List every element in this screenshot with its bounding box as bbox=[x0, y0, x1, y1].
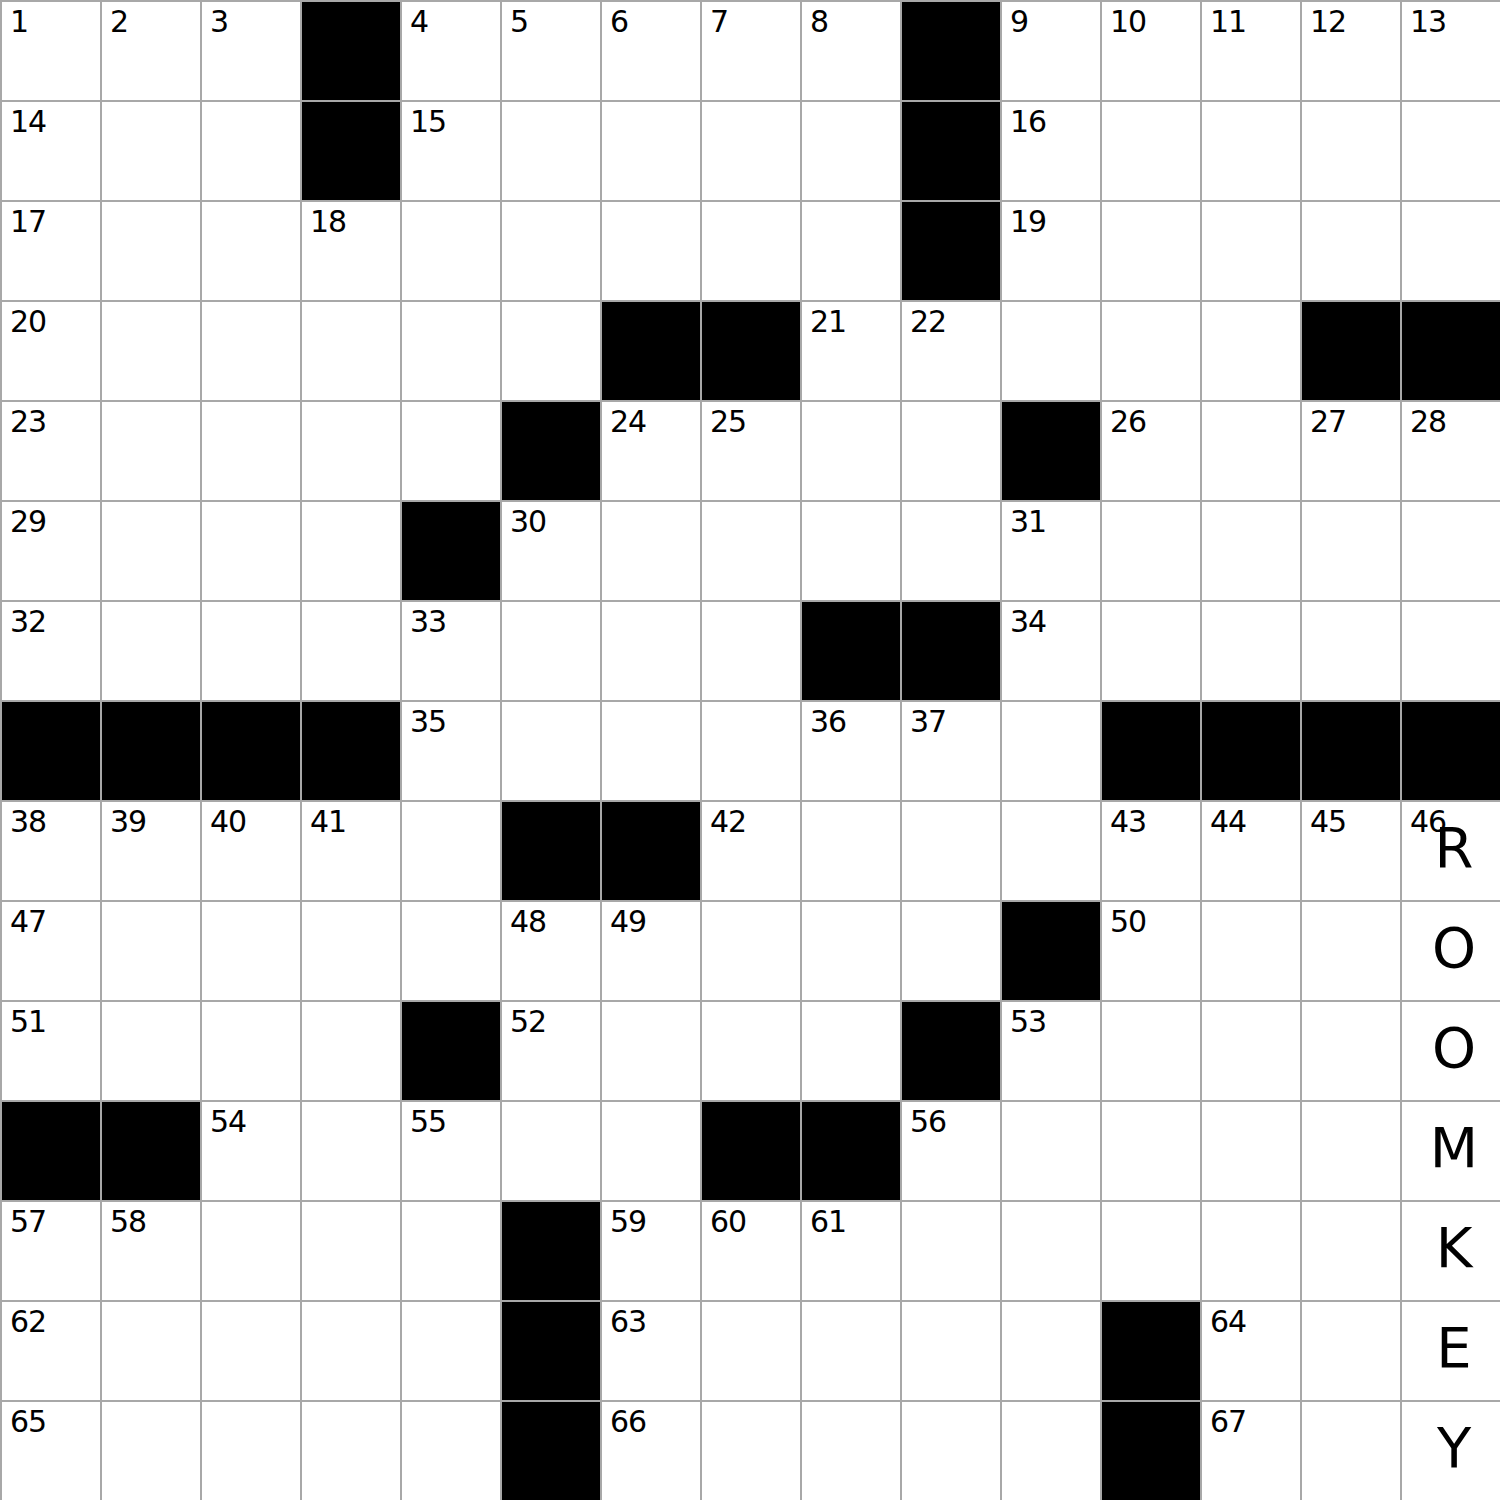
clue-number: 59 bbox=[610, 1205, 646, 1238]
clue-number: 3 bbox=[210, 5, 228, 38]
cell-r10c3[interactable] bbox=[200, 900, 300, 1000]
cell-r1c13[interactable]: 11 bbox=[1200, 0, 1300, 100]
cell-r7c2[interactable] bbox=[100, 600, 200, 700]
cell-r4c6[interactable] bbox=[500, 300, 600, 400]
cell-r1c7[interactable]: 6 bbox=[600, 0, 700, 100]
clue-number: 8 bbox=[810, 5, 828, 38]
clue-number: 26 bbox=[1110, 405, 1146, 438]
clue-number: 36 bbox=[810, 705, 846, 738]
cell-r14c12 bbox=[1100, 1300, 1200, 1400]
cell-letter: O bbox=[1432, 915, 1476, 980]
cell-r6c12[interactable] bbox=[1100, 500, 1200, 600]
cell-r9c7 bbox=[600, 800, 700, 900]
cell-r9c2[interactable]: 39 bbox=[100, 800, 200, 900]
cell-r11c10 bbox=[900, 1000, 1000, 1100]
cell-r4c15 bbox=[1400, 300, 1500, 400]
cell-r6c6[interactable]: 30 bbox=[500, 500, 600, 600]
cell-r4c9[interactable]: 21 bbox=[800, 300, 900, 400]
clue-number: 31 bbox=[1010, 505, 1046, 538]
cell-r13c3[interactable] bbox=[200, 1200, 300, 1300]
cell-r3c6[interactable] bbox=[500, 200, 600, 300]
cell-r12c7[interactable] bbox=[600, 1100, 700, 1200]
cell-r7c15[interactable] bbox=[1400, 600, 1500, 700]
cell-r1c1[interactable]: 1 bbox=[0, 0, 100, 100]
cell-r12c3[interactable]: 54 bbox=[200, 1100, 300, 1200]
clue-number: 24 bbox=[610, 405, 646, 438]
clue-number: 54 bbox=[210, 1105, 246, 1138]
clue-number: 1 bbox=[10, 5, 28, 38]
cell-r7c3[interactable] bbox=[200, 600, 300, 700]
clue-number: 48 bbox=[510, 905, 546, 938]
cell-r1c14[interactable]: 12 bbox=[1300, 0, 1400, 100]
cell-r2c6[interactable] bbox=[500, 100, 600, 200]
cell-r1c15[interactable]: 13 bbox=[1400, 0, 1500, 100]
crossword-grid: 1234567891011121314151617181920212223242… bbox=[0, 0, 1500, 1500]
cell-r11c6[interactable]: 52 bbox=[500, 1000, 600, 1100]
clue-number: 16 bbox=[1010, 105, 1046, 138]
cell-r7c10 bbox=[900, 600, 1000, 700]
clue-number: 55 bbox=[410, 1105, 446, 1138]
cell-r8c7[interactable] bbox=[600, 700, 700, 800]
clue-number: 65 bbox=[10, 1405, 46, 1438]
cell-r8c15 bbox=[1400, 700, 1500, 800]
cell-letter: K bbox=[1436, 1215, 1473, 1280]
cell-r7c14[interactable] bbox=[1300, 600, 1400, 700]
cell-r6c15[interactable] bbox=[1400, 500, 1500, 600]
cell-r8c2 bbox=[100, 700, 200, 800]
cell-r14c15[interactable]: E bbox=[1400, 1300, 1500, 1400]
cell-r9c6 bbox=[500, 800, 600, 900]
cell-r9c14[interactable]: 45 bbox=[1300, 800, 1400, 900]
cell-r4c1[interactable]: 20 bbox=[0, 300, 100, 400]
cell-r13c9[interactable]: 61 bbox=[800, 1200, 900, 1300]
cell-r11c8[interactable] bbox=[700, 1000, 800, 1100]
cell-r13c7[interactable]: 59 bbox=[600, 1200, 700, 1300]
clue-number: 20 bbox=[10, 305, 46, 338]
cell-r10c12[interactable]: 50 bbox=[1100, 900, 1200, 1000]
cell-r4c4[interactable] bbox=[300, 300, 400, 400]
cell-r3c13[interactable] bbox=[1200, 200, 1300, 300]
cell-r2c12[interactable] bbox=[1100, 100, 1200, 200]
cell-r4c11[interactable] bbox=[1000, 300, 1100, 400]
cell-r9c10[interactable] bbox=[900, 800, 1000, 900]
cell-r13c11[interactable] bbox=[1000, 1200, 1100, 1300]
clue-number: 21 bbox=[810, 305, 846, 338]
clue-number: 60 bbox=[710, 1205, 746, 1238]
cell-r6c8[interactable] bbox=[700, 500, 800, 600]
cell-r14c4[interactable] bbox=[300, 1300, 400, 1400]
cell-r15c11[interactable] bbox=[1000, 1400, 1100, 1500]
cell-r5c8[interactable]: 25 bbox=[700, 400, 800, 500]
cell-r13c6 bbox=[500, 1200, 600, 1300]
cell-r15c7[interactable]: 66 bbox=[600, 1400, 700, 1500]
cell-r6c5 bbox=[400, 500, 500, 600]
clue-number: 7 bbox=[710, 5, 728, 38]
cell-r12c13[interactable] bbox=[1200, 1100, 1300, 1200]
clue-number: 4 bbox=[410, 5, 428, 38]
cell-r8c8[interactable] bbox=[700, 700, 800, 800]
cell-r8c14 bbox=[1300, 700, 1400, 800]
cell-r13c13[interactable] bbox=[1200, 1200, 1300, 1300]
cell-r9c1[interactable]: 38 bbox=[0, 800, 100, 900]
cell-r7c1[interactable]: 32 bbox=[0, 600, 100, 700]
clue-number: 37 bbox=[910, 705, 946, 738]
cell-r1c5[interactable]: 4 bbox=[400, 0, 500, 100]
cell-r10c10[interactable] bbox=[900, 900, 1000, 1000]
cell-r14c2[interactable] bbox=[100, 1300, 200, 1400]
cell-letter: M bbox=[1430, 1115, 1478, 1180]
cell-r4c3[interactable] bbox=[200, 300, 300, 400]
cell-r12c4[interactable] bbox=[300, 1100, 400, 1200]
cell-r3c14[interactable] bbox=[1300, 200, 1400, 300]
cell-r5c12[interactable]: 26 bbox=[1100, 400, 1200, 500]
cell-r5c14[interactable]: 27 bbox=[1300, 400, 1400, 500]
cell-r15c9[interactable] bbox=[800, 1400, 900, 1500]
cell-r3c3[interactable] bbox=[200, 200, 300, 300]
cell-r11c1[interactable]: 51 bbox=[0, 1000, 100, 1100]
cell-r2c4 bbox=[300, 100, 400, 200]
clue-number: 13 bbox=[1410, 5, 1446, 38]
cell-letter: O bbox=[1432, 1015, 1476, 1080]
clue-number: 57 bbox=[10, 1205, 46, 1238]
cell-r6c1[interactable]: 29 bbox=[0, 500, 100, 600]
cell-r13c14[interactable] bbox=[1300, 1200, 1400, 1300]
cell-r10c13[interactable] bbox=[1200, 900, 1300, 1000]
cell-r15c6 bbox=[500, 1400, 600, 1500]
clue-number: 12 bbox=[1310, 5, 1346, 38]
cell-r3c1[interactable]: 17 bbox=[0, 200, 100, 300]
clue-number: 39 bbox=[110, 805, 146, 838]
cell-r11c9[interactable] bbox=[800, 1000, 900, 1100]
cell-r14c10[interactable] bbox=[900, 1300, 1000, 1400]
cell-r11c11[interactable]: 53 bbox=[1000, 1000, 1100, 1100]
cell-r7c6[interactable] bbox=[500, 600, 600, 700]
cell-r14c5[interactable] bbox=[400, 1300, 500, 1400]
cell-r10c8[interactable] bbox=[700, 900, 800, 1000]
cell-r11c13[interactable] bbox=[1200, 1000, 1300, 1100]
cell-r6c3[interactable] bbox=[200, 500, 300, 600]
cell-r2c14[interactable] bbox=[1300, 100, 1400, 200]
cell-r6c13[interactable] bbox=[1200, 500, 1300, 600]
clue-number: 38 bbox=[10, 805, 46, 838]
cell-r6c14[interactable] bbox=[1300, 500, 1400, 600]
clue-number: 22 bbox=[910, 305, 946, 338]
cell-r10c14[interactable] bbox=[1300, 900, 1400, 1000]
cell-r9c12[interactable]: 43 bbox=[1100, 800, 1200, 900]
cell-r4c5[interactable] bbox=[400, 300, 500, 400]
cell-r7c9 bbox=[800, 600, 900, 700]
cell-r2c7[interactable] bbox=[600, 100, 700, 200]
cell-r9c8[interactable]: 42 bbox=[700, 800, 800, 900]
clue-number: 53 bbox=[1010, 1005, 1046, 1038]
cell-r5c3[interactable] bbox=[200, 400, 300, 500]
cell-r2c13[interactable] bbox=[1200, 100, 1300, 200]
clue-number: 11 bbox=[1210, 5, 1246, 38]
cell-r1c10 bbox=[900, 0, 1000, 100]
cell-r13c10[interactable] bbox=[900, 1200, 1000, 1300]
cell-r3c9[interactable] bbox=[800, 200, 900, 300]
clue-number: 23 bbox=[10, 405, 46, 438]
cell-r5c11 bbox=[1000, 400, 1100, 500]
cell-r12c6[interactable] bbox=[500, 1100, 600, 1200]
cell-r8c9[interactable]: 36 bbox=[800, 700, 900, 800]
cell-r15c4[interactable] bbox=[300, 1400, 400, 1500]
cell-r3c4[interactable]: 18 bbox=[300, 200, 400, 300]
cell-r14c14[interactable] bbox=[1300, 1300, 1400, 1400]
clue-number: 34 bbox=[1010, 605, 1046, 638]
cell-r12c15[interactable]: M bbox=[1400, 1100, 1500, 1200]
cell-r8c1 bbox=[0, 700, 100, 800]
cell-r12c10[interactable]: 56 bbox=[900, 1100, 1000, 1200]
cell-r1c9[interactable]: 8 bbox=[800, 0, 900, 100]
cell-r9c5[interactable] bbox=[400, 800, 500, 900]
cell-r13c2[interactable]: 58 bbox=[100, 1200, 200, 1300]
cell-r10c2[interactable] bbox=[100, 900, 200, 1000]
clue-number: 41 bbox=[310, 805, 346, 838]
clue-number: 58 bbox=[110, 1205, 146, 1238]
cell-r7c11[interactable]: 34 bbox=[1000, 600, 1100, 700]
clue-number: 61 bbox=[810, 1205, 846, 1238]
cell-r7c8[interactable] bbox=[700, 600, 800, 700]
cell-r8c13 bbox=[1200, 700, 1300, 800]
cell-r10c11 bbox=[1000, 900, 1100, 1000]
cell-r14c7[interactable]: 63 bbox=[600, 1300, 700, 1400]
clue-number: 67 bbox=[1210, 1405, 1246, 1438]
cell-r7c12[interactable] bbox=[1100, 600, 1200, 700]
cell-r11c14[interactable] bbox=[1300, 1000, 1400, 1100]
cell-r15c14[interactable] bbox=[1300, 1400, 1400, 1500]
cell-r7c13[interactable] bbox=[1200, 600, 1300, 700]
cell-r10c9[interactable] bbox=[800, 900, 900, 1000]
cell-r7c5[interactable]: 33 bbox=[400, 600, 500, 700]
clue-number: 14 bbox=[10, 105, 46, 138]
cell-r10c1[interactable]: 47 bbox=[0, 900, 100, 1000]
clue-number: 27 bbox=[1310, 405, 1346, 438]
cell-r4c10[interactable]: 22 bbox=[900, 300, 1000, 400]
cell-r12c14[interactable] bbox=[1300, 1100, 1400, 1200]
cell-r13c8[interactable]: 60 bbox=[700, 1200, 800, 1300]
cell-r15c10[interactable] bbox=[900, 1400, 1000, 1500]
cell-r6c2[interactable] bbox=[100, 500, 200, 600]
cell-r13c4[interactable] bbox=[300, 1200, 400, 1300]
cell-r6c11[interactable]: 31 bbox=[1000, 500, 1100, 600]
cell-r14c8[interactable] bbox=[700, 1300, 800, 1400]
cell-r3c2[interactable] bbox=[100, 200, 200, 300]
cell-r4c7 bbox=[600, 300, 700, 400]
cell-r3c7[interactable] bbox=[600, 200, 700, 300]
cell-r4c12[interactable] bbox=[1100, 300, 1200, 400]
cell-r1c12[interactable]: 10 bbox=[1100, 0, 1200, 100]
cell-r5c7[interactable]: 24 bbox=[600, 400, 700, 500]
cell-r8c5[interactable]: 35 bbox=[400, 700, 500, 800]
clue-number: 6 bbox=[610, 5, 628, 38]
clue-number: 40 bbox=[210, 805, 246, 838]
clue-number: 63 bbox=[610, 1305, 646, 1338]
cell-r5c4[interactable] bbox=[300, 400, 400, 500]
cell-r8c4 bbox=[300, 700, 400, 800]
cell-r12c8 bbox=[700, 1100, 800, 1200]
cell-r11c5 bbox=[400, 1000, 500, 1100]
cell-r11c2[interactable] bbox=[100, 1000, 200, 1100]
cell-r14c9[interactable] bbox=[800, 1300, 900, 1400]
cell-r2c2[interactable] bbox=[100, 100, 200, 200]
clue-number: 43 bbox=[1110, 805, 1146, 838]
cell-r12c5[interactable]: 55 bbox=[400, 1100, 500, 1200]
cell-r3c5[interactable] bbox=[400, 200, 500, 300]
cell-r4c2[interactable] bbox=[100, 300, 200, 400]
cell-r2c5[interactable]: 15 bbox=[400, 100, 500, 200]
cell-r12c9 bbox=[800, 1100, 900, 1200]
cell-r5c6 bbox=[500, 400, 600, 500]
cell-r2c8[interactable] bbox=[700, 100, 800, 200]
cell-r13c12[interactable] bbox=[1100, 1200, 1200, 1300]
clue-number: 47 bbox=[10, 905, 46, 938]
cell-r12c2 bbox=[100, 1100, 200, 1200]
cell-r2c10 bbox=[900, 100, 1000, 200]
cell-r3c8[interactable] bbox=[700, 200, 800, 300]
cell-r11c4[interactable] bbox=[300, 1000, 400, 1100]
cell-r4c14 bbox=[1300, 300, 1400, 400]
clue-number: 17 bbox=[10, 205, 46, 238]
cell-r11c12[interactable] bbox=[1100, 1000, 1200, 1100]
clue-number: 30 bbox=[510, 505, 546, 538]
clue-number: 64 bbox=[1210, 1305, 1246, 1338]
cell-r3c10 bbox=[900, 200, 1000, 300]
cell-r14c11[interactable] bbox=[1000, 1300, 1100, 1400]
cell-r14c3[interactable] bbox=[200, 1300, 300, 1400]
cell-r2c1[interactable]: 14 bbox=[0, 100, 100, 200]
clue-number: 52 bbox=[510, 1005, 546, 1038]
cell-r15c13[interactable]: 67 bbox=[1200, 1400, 1300, 1500]
cell-r11c15[interactable]: O bbox=[1400, 1000, 1500, 1100]
cell-r13c1[interactable]: 57 bbox=[0, 1200, 100, 1300]
cell-r10c7[interactable]: 49 bbox=[600, 900, 700, 1000]
clue-number: 19 bbox=[1010, 205, 1046, 238]
cell-r5c5[interactable] bbox=[400, 400, 500, 500]
cell-r14c6 bbox=[500, 1300, 600, 1400]
cell-r6c4[interactable] bbox=[300, 500, 400, 600]
cell-r9c13[interactable]: 44 bbox=[1200, 800, 1300, 900]
clue-number: 56 bbox=[910, 1105, 946, 1138]
cell-r14c13[interactable]: 64 bbox=[1200, 1300, 1300, 1400]
cell-r8c10[interactable]: 37 bbox=[900, 700, 1000, 800]
cell-r10c5[interactable] bbox=[400, 900, 500, 1000]
cell-r15c3[interactable] bbox=[200, 1400, 300, 1500]
cell-r6c9[interactable] bbox=[800, 500, 900, 600]
clue-number: 10 bbox=[1110, 5, 1146, 38]
cell-r4c13[interactable] bbox=[1200, 300, 1300, 400]
cell-r15c8[interactable] bbox=[700, 1400, 800, 1500]
cell-r12c1 bbox=[0, 1100, 100, 1200]
cell-letter: Y bbox=[1437, 1415, 1471, 1480]
cell-r6c10[interactable] bbox=[900, 500, 1000, 600]
clue-number: 29 bbox=[10, 505, 46, 538]
cell-r3c15[interactable] bbox=[1400, 200, 1500, 300]
clue-number: 49 bbox=[610, 905, 646, 938]
cell-r4c8 bbox=[700, 300, 800, 400]
cell-r13c5[interactable] bbox=[400, 1200, 500, 1300]
clue-number: 15 bbox=[410, 105, 446, 138]
clue-number: 45 bbox=[1310, 805, 1346, 838]
cell-r9c3[interactable]: 40 bbox=[200, 800, 300, 900]
clue-number: 51 bbox=[10, 1005, 46, 1038]
cell-r9c11[interactable] bbox=[1000, 800, 1100, 900]
clue-number: 32 bbox=[10, 605, 46, 638]
cell-r8c6[interactable] bbox=[500, 700, 600, 800]
cell-r15c15[interactable]: Y bbox=[1400, 1400, 1500, 1500]
cell-r1c3[interactable]: 3 bbox=[200, 0, 300, 100]
cell-r2c11[interactable]: 16 bbox=[1000, 100, 1100, 200]
cell-r12c11[interactable] bbox=[1000, 1100, 1100, 1200]
cell-r5c13[interactable] bbox=[1200, 400, 1300, 500]
clue-number: 42 bbox=[710, 805, 746, 838]
cell-r10c6[interactable]: 48 bbox=[500, 900, 600, 1000]
cell-r1c4 bbox=[300, 0, 400, 100]
clue-number: 18 bbox=[310, 205, 346, 238]
cell-r1c11[interactable]: 9 bbox=[1000, 0, 1100, 100]
cell-r3c11[interactable]: 19 bbox=[1000, 200, 1100, 300]
cell-r5c1[interactable]: 23 bbox=[0, 400, 100, 500]
clue-number: 28 bbox=[1410, 405, 1446, 438]
cell-r7c7[interactable] bbox=[600, 600, 700, 700]
cell-r8c11[interactable] bbox=[1000, 700, 1100, 800]
clue-number: 50 bbox=[1110, 905, 1146, 938]
cell-r14c1[interactable]: 62 bbox=[0, 1300, 100, 1400]
cell-r7c4[interactable] bbox=[300, 600, 400, 700]
cell-r10c4[interactable] bbox=[300, 900, 400, 1000]
clue-number: 66 bbox=[610, 1405, 646, 1438]
cell-r2c3[interactable] bbox=[200, 100, 300, 200]
clue-number: 9 bbox=[1010, 5, 1028, 38]
clue-number: 62 bbox=[10, 1305, 46, 1338]
cell-r12c12[interactable] bbox=[1100, 1100, 1200, 1200]
cell-r15c1[interactable]: 65 bbox=[0, 1400, 100, 1500]
cell-r5c9[interactable] bbox=[800, 400, 900, 500]
clue-number: 5 bbox=[510, 5, 528, 38]
cell-r9c15[interactable]: 46R bbox=[1400, 800, 1500, 900]
clue-number: 2 bbox=[110, 5, 128, 38]
cell-r6c7[interactable] bbox=[600, 500, 700, 600]
cell-r9c9[interactable] bbox=[800, 800, 900, 900]
cell-r5c10[interactable] bbox=[900, 400, 1000, 500]
clue-number: 44 bbox=[1210, 805, 1246, 838]
cell-r15c12 bbox=[1100, 1400, 1200, 1500]
cell-r11c3[interactable] bbox=[200, 1000, 300, 1100]
cell-letter: R bbox=[1435, 815, 1474, 880]
cell-r13c15[interactable]: K bbox=[1400, 1200, 1500, 1300]
cell-r8c12 bbox=[1100, 700, 1200, 800]
cell-letter: E bbox=[1436, 1315, 1471, 1380]
clue-number: 35 bbox=[410, 705, 446, 738]
cell-r1c8[interactable]: 7 bbox=[700, 0, 800, 100]
clue-number: 25 bbox=[710, 405, 746, 438]
cell-r5c2[interactable] bbox=[100, 400, 200, 500]
cell-r2c15[interactable] bbox=[1400, 100, 1500, 200]
cell-r11c7[interactable] bbox=[600, 1000, 700, 1100]
cell-r9c4[interactable]: 41 bbox=[300, 800, 400, 900]
cell-r8c3 bbox=[200, 700, 300, 800]
cell-r10c15[interactable]: O bbox=[1400, 900, 1500, 1000]
cell-r1c6[interactable]: 5 bbox=[500, 0, 600, 100]
cell-r2c9[interactable] bbox=[800, 100, 900, 200]
clue-number: 33 bbox=[410, 605, 446, 638]
cell-r5c15[interactable]: 28 bbox=[1400, 400, 1500, 500]
cell-r15c5[interactable] bbox=[400, 1400, 500, 1500]
cell-r1c2[interactable]: 2 bbox=[100, 0, 200, 100]
cell-r3c12[interactable] bbox=[1100, 200, 1200, 300]
cell-r15c2[interactable] bbox=[100, 1400, 200, 1500]
